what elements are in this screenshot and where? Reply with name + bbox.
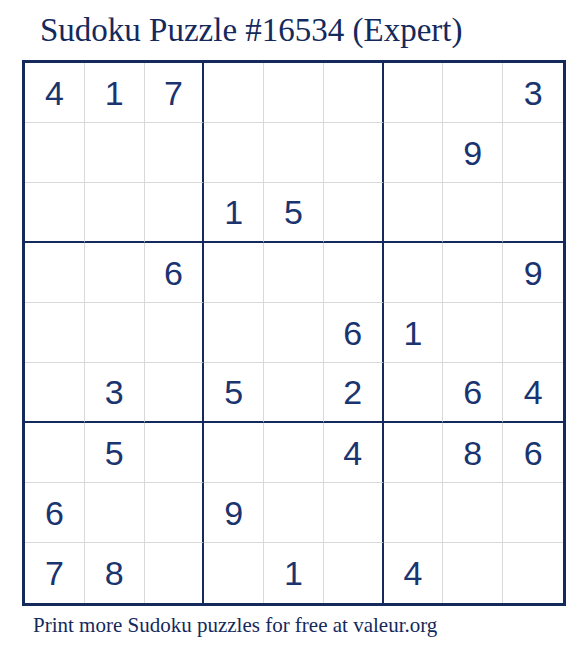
cell-r8c6	[324, 483, 384, 543]
sudoku-page: { "game": "sudoku", "title": "Sudoku Puz…	[0, 0, 580, 651]
cell-r3c7	[384, 183, 444, 243]
cell-r5c9	[503, 303, 563, 363]
cell-r8c8	[443, 483, 503, 543]
cell-r5c4	[204, 303, 264, 363]
cell-r1c7	[384, 63, 444, 123]
sudoku-grid: 41739156961352645486697814	[22, 60, 566, 606]
cell-r1c4	[204, 63, 264, 123]
cell-r6c5	[264, 363, 324, 423]
cell-r9c6	[324, 543, 384, 603]
cell-r2c3	[145, 123, 205, 183]
cell-r7c2: 5	[85, 423, 145, 483]
cell-r8c1: 6	[25, 483, 85, 543]
cell-r9c9	[503, 543, 563, 603]
page-title: Sudoku Puzzle #16534 (Expert)	[40, 12, 463, 49]
cell-r6c4: 5	[204, 363, 264, 423]
cell-r2c4	[204, 123, 264, 183]
cell-r9c3	[145, 543, 205, 603]
cell-r1c5	[264, 63, 324, 123]
cell-r7c5	[264, 423, 324, 483]
cell-r4c7	[384, 243, 444, 303]
cell-r3c9	[503, 183, 563, 243]
cell-r6c2: 3	[85, 363, 145, 423]
cell-r7c1	[25, 423, 85, 483]
cell-r4c6	[324, 243, 384, 303]
cell-r3c1	[25, 183, 85, 243]
cell-r2c7	[384, 123, 444, 183]
cell-r4c5	[264, 243, 324, 303]
cell-r6c8: 6	[443, 363, 503, 423]
cell-r7c3	[145, 423, 205, 483]
cell-r2c1	[25, 123, 85, 183]
cell-r2c8: 9	[443, 123, 503, 183]
cell-r6c7	[384, 363, 444, 423]
cell-r3c5: 5	[264, 183, 324, 243]
cell-r1c8	[443, 63, 503, 123]
cell-r1c3: 7	[145, 63, 205, 123]
cell-r3c2	[85, 183, 145, 243]
cell-r4c3: 6	[145, 243, 205, 303]
cell-r7c7	[384, 423, 444, 483]
cell-r8c4: 9	[204, 483, 264, 543]
cell-r1c2: 1	[85, 63, 145, 123]
cell-r4c2	[85, 243, 145, 303]
cell-r6c9: 4	[503, 363, 563, 423]
cell-r6c6: 2	[324, 363, 384, 423]
cell-r8c3	[145, 483, 205, 543]
cell-r5c3	[145, 303, 205, 363]
cell-r1c9: 3	[503, 63, 563, 123]
cell-r5c6: 6	[324, 303, 384, 363]
cell-r9c8	[443, 543, 503, 603]
cell-r3c6	[324, 183, 384, 243]
cell-r3c8	[443, 183, 503, 243]
cell-r4c1	[25, 243, 85, 303]
cell-r9c5: 1	[264, 543, 324, 603]
cell-r3c4: 1	[204, 183, 264, 243]
cell-r2c5	[264, 123, 324, 183]
footer-text: Print more Sudoku puzzles for free at va…	[33, 613, 437, 638]
cell-r2c2	[85, 123, 145, 183]
cell-r9c2: 8	[85, 543, 145, 603]
cell-r9c1: 7	[25, 543, 85, 603]
cell-r5c7: 1	[384, 303, 444, 363]
cell-r7c9: 6	[503, 423, 563, 483]
cell-r2c6	[324, 123, 384, 183]
cell-r9c4	[204, 543, 264, 603]
cell-r8c7	[384, 483, 444, 543]
cell-r7c4	[204, 423, 264, 483]
cell-r5c2	[85, 303, 145, 363]
cell-r6c1	[25, 363, 85, 423]
cell-r5c8	[443, 303, 503, 363]
cell-r8c9	[503, 483, 563, 543]
cell-r1c1: 4	[25, 63, 85, 123]
cell-r9c7: 4	[384, 543, 444, 603]
cell-r4c8	[443, 243, 503, 303]
cell-r1c6	[324, 63, 384, 123]
cell-r4c4	[204, 243, 264, 303]
cell-r5c1	[25, 303, 85, 363]
cell-r7c6: 4	[324, 423, 384, 483]
cell-r3c3	[145, 183, 205, 243]
cell-r7c8: 8	[443, 423, 503, 483]
cell-r6c3	[145, 363, 205, 423]
cell-r2c9	[503, 123, 563, 183]
cell-r4c9: 9	[503, 243, 563, 303]
cell-r8c5	[264, 483, 324, 543]
cell-r5c5	[264, 303, 324, 363]
cell-r8c2	[85, 483, 145, 543]
